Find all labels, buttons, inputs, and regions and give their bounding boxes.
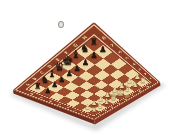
piece-black-pawn-b7[interactable]: ♟	[51, 81, 58, 89]
pieces-layer: ♜♞♝♛♚♝♞♜♟♟♟♟♟♟♟♟♟♟♟♟♟♟♟♟♜♞♝♛♚♝♞♜	[0, 0, 179, 140]
piece-black-knight-b8[interactable]: ♞	[40, 75, 48, 84]
piece-black-rook-a8[interactable]: ♜	[34, 82, 41, 90]
piece-black-pawn-e7[interactable]: ♟	[74, 64, 81, 72]
chess-set-photo: ABCDEFGH ABCDEFGH 87654321 87654321 ♜♞♝♛…	[0, 0, 179, 140]
piece-black-pawn-c7[interactable]: ♟	[58, 76, 65, 84]
piece-white-bishop-f1[interactable]: ♝	[124, 85, 131, 93]
piece-white-pawn-a2[interactable]: ♟	[85, 104, 91, 110]
piece-black-pawn-d7[interactable]: ♟	[66, 70, 73, 78]
piece-black-pawn-f7[interactable]: ♟	[82, 58, 89, 66]
piece-white-rook-h1[interactable]: ♜	[139, 77, 145, 84]
piece-black-pawn-h7[interactable]: ♟	[99, 45, 107, 54]
piece-white-knight-g1[interactable]: ♞	[131, 81, 138, 89]
piece-white-rook-a1[interactable]: ♜	[91, 107, 97, 113]
piece-black-pawn-a7[interactable]: ♟	[44, 87, 51, 95]
piece-white-knight-b1[interactable]: ♞	[97, 102, 103, 109]
piece-white-bishop-c1[interactable]: ♝	[103, 98, 110, 106]
piece-black-knight-g8[interactable]: ♞	[80, 43, 89, 54]
piece-black-pawn-g7[interactable]: ♟	[90, 51, 98, 60]
piece-white-queen-d1[interactable]: ♛	[109, 93, 117, 102]
piece-black-rook-h8[interactable]: ♜	[90, 37, 99, 47]
